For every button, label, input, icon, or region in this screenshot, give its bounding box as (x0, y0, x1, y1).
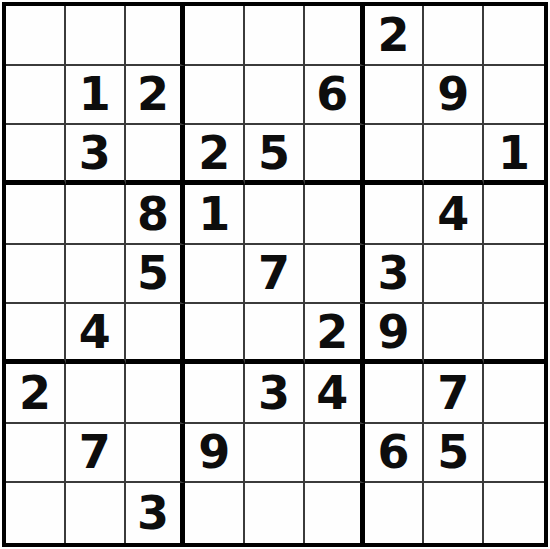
cell-r6c6-given: 2 (305, 304, 365, 364)
cell-r8c1-empty[interactable] (6, 424, 66, 484)
cell-r6c5-empty[interactable] (245, 304, 305, 364)
cell-r1c1-empty[interactable] (6, 6, 66, 66)
cell-r6c4-empty[interactable] (185, 304, 245, 364)
cell-r9c7-empty[interactable] (365, 483, 425, 543)
cell-r5c3-given: 5 (126, 245, 186, 305)
cell-r6c3-empty[interactable] (126, 304, 186, 364)
cell-r7c2-empty[interactable] (66, 364, 126, 424)
cell-r9c1-empty[interactable] (6, 483, 66, 543)
cell-r5c7-given: 3 (365, 245, 425, 305)
cell-r5c4-empty[interactable] (185, 245, 245, 305)
sudoku-board: 212693251814573429234779653 (2, 2, 548, 547)
cell-r5c2-empty[interactable] (66, 245, 126, 305)
cell-r9c2-empty[interactable] (66, 483, 126, 543)
cell-r7c8-given: 7 (424, 364, 484, 424)
sudoku-puzzle-image: 212693251814573429234779653 (0, 0, 550, 549)
cell-r2c6-given: 6 (305, 66, 365, 126)
cell-r1c9-empty[interactable] (484, 6, 544, 66)
cell-r9c8-empty[interactable] (424, 483, 484, 543)
cell-r1c8-empty[interactable] (424, 6, 484, 66)
cell-r3c8-empty[interactable] (424, 125, 484, 185)
cell-r2c8-given: 9 (424, 66, 484, 126)
cell-r2c2-given: 1 (66, 66, 126, 126)
cell-r7c3-empty[interactable] (126, 364, 186, 424)
cell-r1c6-empty[interactable] (305, 6, 365, 66)
cell-r9c3-given: 3 (126, 483, 186, 543)
cell-r7c1-given: 2 (6, 364, 66, 424)
cell-r2c1-empty[interactable] (6, 66, 66, 126)
cell-r6c7-given: 9 (365, 304, 425, 364)
cell-r3c5-given: 5 (245, 125, 305, 185)
cell-r3c6-empty[interactable] (305, 125, 365, 185)
cell-r6c9-empty[interactable] (484, 304, 544, 364)
cell-r8c4-given: 9 (185, 424, 245, 484)
cell-r1c2-empty[interactable] (66, 6, 126, 66)
cell-r7c9-empty[interactable] (484, 364, 544, 424)
cell-r1c3-empty[interactable] (126, 6, 186, 66)
cell-r2c7-empty[interactable] (365, 66, 425, 126)
cell-r6c2-given: 4 (66, 304, 126, 364)
cell-r5c6-empty[interactable] (305, 245, 365, 305)
cell-r7c4-empty[interactable] (185, 364, 245, 424)
cell-r2c4-empty[interactable] (185, 66, 245, 126)
cell-r4c5-empty[interactable] (245, 185, 305, 245)
cell-r1c7-given: 2 (365, 6, 425, 66)
cell-r5c9-empty[interactable] (484, 245, 544, 305)
cell-r3c7-empty[interactable] (365, 125, 425, 185)
cell-r8c6-empty[interactable] (305, 424, 365, 484)
cell-r7c6-given: 4 (305, 364, 365, 424)
cell-r4c2-empty[interactable] (66, 185, 126, 245)
cell-r8c8-given: 5 (424, 424, 484, 484)
cell-r2c9-empty[interactable] (484, 66, 544, 126)
cell-r6c1-empty[interactable] (6, 304, 66, 364)
cell-r7c7-empty[interactable] (365, 364, 425, 424)
cell-r3c2-given: 3 (66, 125, 126, 185)
cell-r1c4-empty[interactable] (185, 6, 245, 66)
cell-r4c8-given: 4 (424, 185, 484, 245)
cell-r3c3-empty[interactable] (126, 125, 186, 185)
cell-r5c8-empty[interactable] (424, 245, 484, 305)
cell-r8c3-empty[interactable] (126, 424, 186, 484)
cell-r9c4-empty[interactable] (185, 483, 245, 543)
cell-r6c8-empty[interactable] (424, 304, 484, 364)
cell-r5c1-empty[interactable] (6, 245, 66, 305)
cell-r2c5-empty[interactable] (245, 66, 305, 126)
cell-r1c5-empty[interactable] (245, 6, 305, 66)
cell-r9c5-empty[interactable] (245, 483, 305, 543)
cell-r9c6-empty[interactable] (305, 483, 365, 543)
cell-r8c5-empty[interactable] (245, 424, 305, 484)
cell-r8c7-given: 6 (365, 424, 425, 484)
cell-r5c5-given: 7 (245, 245, 305, 305)
cell-r4c6-empty[interactable] (305, 185, 365, 245)
cell-r3c4-given: 2 (185, 125, 245, 185)
cell-r3c9-given: 1 (484, 125, 544, 185)
cell-r9c9-empty[interactable] (484, 483, 544, 543)
cell-r4c7-empty[interactable] (365, 185, 425, 245)
cell-r4c9-empty[interactable] (484, 185, 544, 245)
cell-r4c4-given: 1 (185, 185, 245, 245)
cell-r2c3-given: 2 (126, 66, 186, 126)
cell-r8c2-given: 7 (66, 424, 126, 484)
cell-r3c1-empty[interactable] (6, 125, 66, 185)
cell-r8c9-empty[interactable] (484, 424, 544, 484)
cell-r7c5-given: 3 (245, 364, 305, 424)
cell-r4c1-empty[interactable] (6, 185, 66, 245)
cell-r4c3-given: 8 (126, 185, 186, 245)
